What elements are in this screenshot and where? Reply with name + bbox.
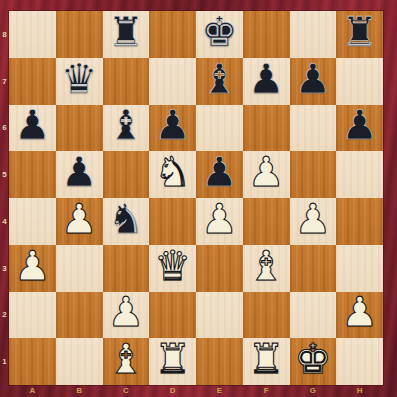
square-c6[interactable]: ♝ [103, 105, 150, 152]
square-c2[interactable]: ♟ [103, 292, 150, 339]
square-b4[interactable]: ♟ [56, 198, 103, 245]
square-b6[interactable] [56, 105, 103, 152]
square-d8[interactable] [149, 11, 196, 58]
square-h8[interactable]: ♜ [336, 11, 383, 58]
square-g8[interactable] [290, 11, 337, 58]
rank-label-4: 4 [0, 198, 9, 245]
white-pawn: ♟ [107, 292, 144, 333]
file-label-d: D [149, 383, 196, 397]
square-d2[interactable] [149, 292, 196, 339]
square-g5[interactable] [290, 151, 337, 198]
white-pawn: ♟ [14, 246, 51, 287]
square-c5[interactable] [103, 151, 150, 198]
white-rook: ♜ [248, 339, 285, 380]
square-b5[interactable]: ♟ [56, 151, 103, 198]
black-knight: ♞ [107, 199, 144, 240]
rank-label-3: 3 [0, 245, 9, 292]
square-g3[interactable] [290, 245, 337, 292]
black-queen: ♛ [61, 59, 98, 100]
square-c3[interactable] [103, 245, 150, 292]
square-a8[interactable] [9, 11, 56, 58]
file-label-a: A [9, 383, 56, 397]
rank-coordinates: 87654321 [0, 11, 9, 385]
square-e4[interactable]: ♟ [196, 198, 243, 245]
black-bishop: ♝ [201, 59, 238, 100]
square-e5[interactable]: ♟ [196, 151, 243, 198]
square-d1[interactable]: ♜ [149, 338, 196, 385]
file-label-b: B [56, 383, 103, 397]
black-pawn: ♟ [61, 152, 98, 193]
file-label-h: H [336, 383, 383, 397]
chess-diagram: 87654321 ♜♚♜♛♝♟♟♟♝♟♟♟♞♟♟♟♞♟♟♟♛♝♟♟♝♜♜♚ AB… [0, 0, 397, 397]
square-f7[interactable]: ♟ [243, 58, 290, 105]
square-f2[interactable] [243, 292, 290, 339]
rank-label-2: 2 [0, 292, 9, 339]
white-bishop: ♝ [248, 246, 285, 287]
square-h4[interactable] [336, 198, 383, 245]
white-pawn: ♟ [201, 199, 238, 240]
white-pawn: ♟ [341, 292, 378, 333]
black-pawn: ♟ [248, 59, 285, 100]
square-a6[interactable]: ♟ [9, 105, 56, 152]
square-a3[interactable]: ♟ [9, 245, 56, 292]
square-a1[interactable] [9, 338, 56, 385]
black-pawn: ♟ [201, 152, 238, 193]
square-h1[interactable] [336, 338, 383, 385]
square-g1[interactable]: ♚ [290, 338, 337, 385]
file-label-e: E [196, 383, 243, 397]
square-a4[interactable] [9, 198, 56, 245]
square-f4[interactable] [243, 198, 290, 245]
square-b7[interactable]: ♛ [56, 58, 103, 105]
square-f8[interactable] [243, 11, 290, 58]
square-h5[interactable] [336, 151, 383, 198]
square-h6[interactable]: ♟ [336, 105, 383, 152]
square-e7[interactable]: ♝ [196, 58, 243, 105]
file-label-f: F [243, 383, 290, 397]
white-knight: ♞ [154, 152, 191, 193]
black-pawn: ♟ [154, 105, 191, 146]
square-d5[interactable]: ♞ [149, 151, 196, 198]
square-d6[interactable]: ♟ [149, 105, 196, 152]
white-king: ♚ [294, 339, 331, 380]
square-c7[interactable] [103, 58, 150, 105]
square-e2[interactable] [196, 292, 243, 339]
square-a7[interactable] [9, 58, 56, 105]
black-pawn: ♟ [341, 105, 378, 146]
square-g2[interactable] [290, 292, 337, 339]
white-queen: ♛ [154, 246, 191, 287]
square-d3[interactable]: ♛ [149, 245, 196, 292]
square-f3[interactable]: ♝ [243, 245, 290, 292]
square-g6[interactable] [290, 105, 337, 152]
square-e1[interactable] [196, 338, 243, 385]
square-g7[interactable]: ♟ [290, 58, 337, 105]
file-label-c: C [103, 383, 150, 397]
black-king: ♚ [201, 12, 238, 53]
rank-label-8: 8 [0, 11, 9, 58]
square-a2[interactable] [9, 292, 56, 339]
square-b1[interactable] [56, 338, 103, 385]
black-rook: ♜ [107, 12, 144, 53]
square-f1[interactable]: ♜ [243, 338, 290, 385]
white-pawn: ♟ [61, 199, 98, 240]
file-coordinates: ABCDEFGH [9, 383, 383, 397]
chess-board: ♜♚♜♛♝♟♟♟♝♟♟♟♞♟♟♟♞♟♟♟♛♝♟♟♝♜♜♚ [9, 11, 383, 385]
square-h2[interactable]: ♟ [336, 292, 383, 339]
square-e8[interactable]: ♚ [196, 11, 243, 58]
square-b8[interactable] [56, 11, 103, 58]
rank-label-7: 7 [0, 58, 9, 105]
square-f6[interactable] [243, 105, 290, 152]
black-pawn: ♟ [14, 105, 51, 146]
rank-label-5: 5 [0, 151, 9, 198]
square-a5[interactable] [9, 151, 56, 198]
square-d7[interactable] [149, 58, 196, 105]
black-bishop: ♝ [107, 105, 144, 146]
white-pawn: ♟ [294, 199, 331, 240]
square-e6[interactable] [196, 105, 243, 152]
square-c1[interactable]: ♝ [103, 338, 150, 385]
square-c4[interactable]: ♞ [103, 198, 150, 245]
square-b3[interactable] [56, 245, 103, 292]
white-rook: ♜ [154, 339, 191, 380]
square-h3[interactable] [336, 245, 383, 292]
rank-label-6: 6 [0, 105, 9, 152]
square-h7[interactable] [336, 58, 383, 105]
square-c8[interactable]: ♜ [103, 11, 150, 58]
square-e3[interactable] [196, 245, 243, 292]
rank-label-1: 1 [0, 338, 9, 385]
black-pawn: ♟ [294, 59, 331, 100]
white-pawn: ♟ [248, 152, 285, 193]
square-d4[interactable] [149, 198, 196, 245]
white-bishop: ♝ [107, 339, 144, 380]
black-rook: ♜ [341, 12, 378, 53]
square-f5[interactable]: ♟ [243, 151, 290, 198]
file-label-g: G [290, 383, 337, 397]
square-g4[interactable]: ♟ [290, 198, 337, 245]
square-b2[interactable] [56, 292, 103, 339]
